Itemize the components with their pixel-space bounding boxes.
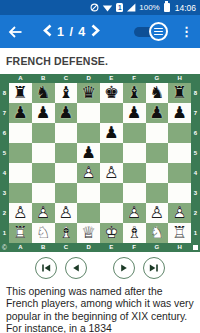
file-label: D <box>77 243 100 252</box>
square-e5[interactable] <box>100 143 123 163</box>
square-c5[interactable] <box>55 143 78 163</box>
square-c7[interactable]: ♟ <box>55 103 78 123</box>
square-e6[interactable]: ♟ <box>100 123 123 143</box>
move-navigation <box>0 252 200 284</box>
square-f2[interactable]: ♟♙ <box>123 203 146 223</box>
square-b2[interactable]: ♟♙ <box>32 203 55 223</box>
square-c3[interactable] <box>55 183 78 203</box>
rank-label: 4 <box>0 163 9 183</box>
step-forward-icon <box>118 262 130 274</box>
dnd-icon <box>90 3 99 12</box>
file-label: F <box>123 243 146 252</box>
rank-label: 1 <box>0 223 9 243</box>
signal-icon <box>126 3 136 12</box>
white-pawn: ♟♙ <box>146 203 169 223</box>
board-squares: ♜♞♝♛♚♝♞♜♟♟♟♟♟♟♟♟♟♙♟♙♟♙♟♙♟♙♟♙♟♙♟♙♜♖♞♘♝♗♛♕… <box>9 83 191 243</box>
back-button[interactable] <box>8 25 23 39</box>
square-e8[interactable]: ♚ <box>100 83 123 103</box>
page-indicator: 1 / 4 <box>57 25 86 39</box>
square-h8[interactable]: ♜ <box>168 83 191 103</box>
file-label: H <box>168 243 191 252</box>
black-pawn: ♟ <box>168 103 191 123</box>
chevron-left-icon <box>43 24 52 37</box>
square-g2[interactable]: ♟♙ <box>146 203 169 223</box>
black-king: ♚ <box>100 83 123 103</box>
square-d2[interactable] <box>77 203 100 223</box>
black-pawn: ♟ <box>77 143 100 163</box>
black-pawn: ♟ <box>32 103 55 123</box>
square-a8[interactable]: ♜ <box>9 83 32 103</box>
square-a2[interactable]: ♟♙ <box>9 203 32 223</box>
next-move-button[interactable] <box>113 257 135 279</box>
square-g6[interactable] <box>146 123 169 143</box>
list-icon <box>149 22 168 41</box>
chess-board: ABCDEFGH 87654321 ♜♞♝♛♚♝♞♜♟♟♟♟♟♟♟♟♟♙♟♙♟♙… <box>0 74 200 252</box>
square-f5[interactable] <box>123 143 146 163</box>
page-navigation: 1 / 4 <box>43 23 100 41</box>
file-labels-top: ABCDEFGH <box>9 74 191 83</box>
rank-label: 5 <box>0 143 9 163</box>
battery-icon <box>164 3 170 12</box>
square-f6[interactable] <box>123 123 146 143</box>
white-pawn: ♟♙ <box>123 203 146 223</box>
file-label: B <box>32 243 55 252</box>
white-knight: ♞♘ <box>32 223 55 243</box>
white-pawn: ♟♙ <box>77 163 100 183</box>
file-label: C <box>55 74 78 83</box>
square-g4[interactable] <box>146 163 169 183</box>
wifi-icon <box>102 3 113 12</box>
rank-label: 6 <box>0 123 9 143</box>
black-queen: ♛ <box>77 83 100 103</box>
file-label: G <box>146 243 169 252</box>
white-rook: ♜♖ <box>168 223 191 243</box>
board-top-border: ABCDEFGH <box>0 74 200 83</box>
list-view-toggle[interactable] <box>134 22 168 41</box>
last-move-button[interactable] <box>143 257 165 279</box>
white-queen: ♛♕ <box>77 223 100 243</box>
square-d4[interactable]: ♟♙ <box>77 163 100 183</box>
status-bar: 1 100% 14:06 <box>0 0 200 15</box>
white-to-move-indicator <box>193 245 198 250</box>
square-f4[interactable] <box>123 163 146 183</box>
rank-label: 8 <box>191 83 200 103</box>
battery-percent: 100% <box>139 3 159 12</box>
rank-label: 3 <box>0 183 9 203</box>
square-d1[interactable]: ♛♕ <box>77 223 100 243</box>
rank-label: 5 <box>191 143 200 163</box>
square-a1[interactable]: ♜♖ <box>9 223 32 243</box>
square-a4[interactable] <box>9 163 32 183</box>
square-c4[interactable] <box>55 163 78 183</box>
prev-page-button[interactable] <box>43 23 52 41</box>
rank-label: 4 <box>191 163 200 183</box>
skip-to-end-icon <box>148 262 160 274</box>
square-c1[interactable]: ♝♗ <box>55 223 78 243</box>
white-king: ♚♔ <box>100 223 123 243</box>
rank-labels-left: 87654321 <box>0 83 9 243</box>
square-h6[interactable] <box>168 123 191 143</box>
square-g3[interactable] <box>146 183 169 203</box>
square-d5[interactable]: ♟ <box>77 143 100 163</box>
square-d6[interactable] <box>77 123 100 143</box>
square-b4[interactable] <box>32 163 55 183</box>
square-h2[interactable]: ♟♙ <box>168 203 191 223</box>
file-label: E <box>100 243 123 252</box>
square-a5[interactable] <box>9 143 32 163</box>
square-b7[interactable]: ♟ <box>32 103 55 123</box>
white-pawn: ♟♙ <box>32 203 55 223</box>
square-f7[interactable]: ♟ <box>123 103 146 123</box>
white-pawn: ♟♙ <box>100 163 123 183</box>
rank-label: 2 <box>191 203 200 223</box>
black-pawn: ♟ <box>146 103 169 123</box>
square-d8[interactable]: ♛ <box>77 83 100 103</box>
black-rook: ♜ <box>9 83 32 103</box>
square-b1[interactable]: ♞♘ <box>32 223 55 243</box>
square-a7[interactable]: ♟ <box>9 103 32 123</box>
toolbar: 1 / 4 ⋮ <box>0 15 200 48</box>
white-pawn: ♟♙ <box>9 203 32 223</box>
square-e3[interactable] <box>100 183 123 203</box>
app-screen: 1 100% 14:06 1 / 4 <box>0 0 200 333</box>
white-pawn: ♟♙ <box>168 203 191 223</box>
rank-label: 7 <box>0 103 9 123</box>
square-a6[interactable] <box>9 123 32 143</box>
file-label: B <box>32 74 55 83</box>
status-time: 14:06 <box>175 3 196 13</box>
square-d7[interactable] <box>77 103 100 123</box>
white-pawn: ♟♙ <box>55 203 78 223</box>
square-h7[interactable]: ♟ <box>168 103 191 123</box>
square-d3[interactable] <box>77 183 100 203</box>
square-g8[interactable]: ♞ <box>146 83 169 103</box>
page-title: FRENCH DEFENSE. <box>0 48 200 74</box>
square-h1[interactable]: ♜♖ <box>168 223 191 243</box>
square-e2[interactable] <box>100 203 123 223</box>
rank-labels-right: 87654321 <box>191 83 200 243</box>
file-label: F <box>123 74 146 83</box>
square-f3[interactable] <box>123 183 146 203</box>
square-c8[interactable]: ♝ <box>55 83 78 103</box>
overflow-menu-icon[interactable]: ⋮ <box>180 25 193 38</box>
black-pawn: ♟ <box>55 103 78 123</box>
board-bottom-border: © ABCDEFGH <box>0 243 200 252</box>
white-bishop: ♝♗ <box>123 223 146 243</box>
square-f8[interactable]: ♝ <box>123 83 146 103</box>
file-labels-bottom: ABCDEFGH <box>9 243 191 252</box>
rank-label: 7 <box>191 103 200 123</box>
file-label: A <box>9 74 32 83</box>
square-c6[interactable] <box>55 123 78 143</box>
square-e4[interactable]: ♟♙ <box>100 163 123 183</box>
black-rook: ♜ <box>168 83 191 103</box>
square-b8[interactable]: ♞ <box>32 83 55 103</box>
white-knight: ♞♘ <box>146 223 169 243</box>
file-label: D <box>77 74 100 83</box>
rank-label: 6 <box>191 123 200 143</box>
file-label: C <box>55 243 78 252</box>
skip-to-start-icon <box>40 262 52 274</box>
square-g7[interactable]: ♟ <box>146 103 169 123</box>
black-bishop: ♝ <box>123 83 146 103</box>
square-b5[interactable] <box>32 143 55 163</box>
square-c2[interactable]: ♟♙ <box>55 203 78 223</box>
file-label: H <box>168 74 191 83</box>
black-pawn: ♟ <box>9 103 32 123</box>
square-g1[interactable]: ♞♘ <box>146 223 169 243</box>
black-pawn: ♟ <box>123 103 146 123</box>
square-b6[interactable] <box>32 123 55 143</box>
square-a3[interactable] <box>9 183 32 203</box>
file-label: G <box>146 74 169 83</box>
file-label: A <box>9 243 32 252</box>
copyright-symbol: © <box>2 243 7 252</box>
black-knight: ♞ <box>146 83 169 103</box>
back-arrow-icon <box>8 25 23 39</box>
sim-icon: 1 <box>116 3 123 12</box>
chevron-right-icon <box>91 24 100 37</box>
rank-label: 1 <box>191 223 200 243</box>
file-label: E <box>100 74 123 83</box>
white-bishop: ♝♗ <box>55 223 78 243</box>
square-b3[interactable] <box>32 183 55 203</box>
black-bishop: ♝ <box>55 83 78 103</box>
square-e1[interactable]: ♚♔ <box>100 223 123 243</box>
rank-label: 2 <box>0 203 9 223</box>
square-f1[interactable]: ♝♗ <box>123 223 146 243</box>
square-e7[interactable] <box>100 103 123 123</box>
rank-label: 8 <box>0 83 9 103</box>
black-pawn: ♟ <box>100 123 123 143</box>
square-g5[interactable] <box>146 143 169 163</box>
step-back-icon <box>70 262 82 274</box>
previous-move-button[interactable] <box>65 257 87 279</box>
rank-label: 3 <box>191 183 200 203</box>
next-page-button[interactable] <box>91 23 100 41</box>
square-h3[interactable] <box>168 183 191 203</box>
square-h5[interactable] <box>168 143 191 163</box>
first-move-button[interactable] <box>35 257 57 279</box>
square-h4[interactable] <box>168 163 191 183</box>
white-rook: ♜♖ <box>9 223 32 243</box>
opening-description: This opening was named after the French … <box>6 286 194 333</box>
black-knight: ♞ <box>32 83 55 103</box>
